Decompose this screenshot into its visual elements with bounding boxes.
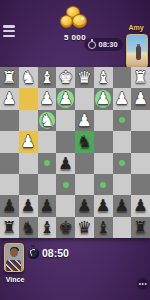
square-r2c3[interactable]: ♟	[38, 88, 57, 109]
piece-bK: ♚	[56, 217, 75, 238]
square-r2c6[interactable]: ♟	[94, 88, 113, 109]
piece-bN: ♞	[75, 131, 94, 152]
square-r1c6[interactable]: ♝	[94, 67, 113, 88]
square-r1c5[interactable]: ♛	[75, 67, 94, 88]
opponent-timer-value: 08:30	[99, 40, 118, 49]
square-r4c6[interactable]	[94, 131, 113, 152]
square-r1c2[interactable]: ♞	[19, 67, 38, 88]
square-r4c4[interactable]	[56, 131, 75, 152]
square-r6c1[interactable]	[0, 174, 19, 195]
piece-wR: ♜	[131, 67, 150, 88]
square-r7c4[interactable]	[56, 195, 75, 216]
square-r8c8[interactable]: ♜	[131, 217, 150, 238]
square-r3c4[interactable]	[56, 110, 75, 131]
square-r7c6[interactable]: ♟	[94, 195, 113, 216]
piece-bP: ♟	[113, 195, 132, 216]
piece-wP: ♟	[38, 88, 57, 109]
piece-bN: ♞	[19, 217, 38, 238]
square-r5c7[interactable]	[113, 153, 132, 174]
piece-wP: ♟	[75, 110, 94, 131]
square-r7c2[interactable]: ♟	[19, 195, 38, 216]
coin-balance-icon[interactable]	[60, 6, 90, 33]
chess-app-screen: 5 000 08:30 Amy ♜♞♝♚♛♝♜♟♟♟♟♟♟♞♟♟♞♟♟♟♟♟♟♟…	[0, 0, 150, 300]
stopwatch-icon	[88, 41, 96, 49]
square-r1c1[interactable]: ♜	[0, 67, 19, 88]
square-r1c4[interactable]: ♚	[56, 67, 75, 88]
square-r6c5[interactable]	[75, 174, 94, 195]
piece-bP: ♟	[56, 153, 75, 174]
avatar-plaid-shirt	[6, 260, 21, 271]
piece-wQ: ♛	[75, 67, 94, 88]
square-r4c1[interactable]	[0, 131, 19, 152]
opponent-avatar[interactable]	[126, 34, 148, 68]
square-r6c3[interactable]	[38, 174, 57, 195]
piece-wP: ♟	[19, 131, 38, 152]
piece-wB: ♝	[94, 67, 113, 88]
square-r2c5[interactable]	[75, 88, 94, 109]
square-r8c2[interactable]: ♞	[19, 217, 38, 238]
square-r5c4[interactable]: ♟	[56, 153, 75, 174]
piece-wN: ♞	[19, 67, 38, 88]
square-r3c3[interactable]: ♞	[38, 110, 57, 131]
square-r5c2[interactable]	[19, 153, 38, 174]
square-r8c1[interactable]: ♜	[0, 217, 19, 238]
square-r3c2[interactable]	[19, 110, 38, 131]
square-r5c8[interactable]	[131, 153, 150, 174]
piece-bR: ♜	[131, 217, 150, 238]
square-r3c6[interactable]	[94, 110, 113, 131]
square-r8c3[interactable]: ♝	[38, 217, 57, 238]
opponent-timer: 08:30	[84, 38, 123, 51]
piece-bR: ♜	[0, 217, 19, 238]
piece-bQ: ♛	[75, 217, 94, 238]
player-avatar[interactable]	[4, 243, 24, 272]
square-r2c7[interactable]: ♟	[113, 88, 132, 109]
square-r6c4[interactable]	[56, 174, 75, 195]
square-r8c4[interactable]: ♚	[56, 217, 75, 238]
square-r5c5[interactable]	[75, 153, 94, 174]
square-r5c1[interactable]	[0, 153, 19, 174]
square-r6c6[interactable]	[94, 174, 113, 195]
square-r7c8[interactable]: ♟	[131, 195, 150, 216]
square-r4c7[interactable]	[113, 131, 132, 152]
square-r6c2[interactable]	[19, 174, 38, 195]
square-r6c8[interactable]	[131, 174, 150, 195]
piece-bP: ♟	[94, 195, 113, 216]
square-r2c1[interactable]: ♟	[0, 88, 19, 109]
square-r1c7[interactable]	[113, 67, 132, 88]
square-r4c2[interactable]: ♟	[19, 131, 38, 152]
opponent-name: Amy	[125, 24, 147, 31]
square-r8c6[interactable]: ♝	[94, 217, 113, 238]
square-r3c1[interactable]	[0, 110, 19, 131]
stopwatch-icon	[28, 248, 39, 259]
piece-wN: ♞	[38, 110, 57, 131]
square-r7c5[interactable]: ♟	[75, 195, 94, 216]
square-r2c2[interactable]	[19, 88, 38, 109]
square-r2c4[interactable]: ♟	[56, 88, 75, 109]
avatar-face	[10, 248, 18, 257]
piece-wP: ♟	[56, 88, 75, 109]
square-r4c5[interactable]: ♞	[75, 131, 94, 152]
player-name: Vince	[3, 276, 27, 283]
piece-wP: ♟	[113, 88, 132, 109]
square-r5c6[interactable]	[94, 153, 113, 174]
square-r6c7[interactable]	[113, 174, 132, 195]
piece-bB: ♝	[38, 217, 57, 238]
piece-bP: ♟	[38, 195, 57, 216]
chess-board: ♜♞♝♚♛♝♜♟♟♟♟♟♟♞♟♟♞♟♟♟♟♟♟♟♟♜♞♝♚♛♝♜	[0, 67, 150, 238]
piece-wP: ♟	[131, 88, 150, 109]
piece-bP: ♟	[0, 195, 19, 216]
piece-bP: ♟	[131, 195, 150, 216]
square-r8c5[interactable]: ♛	[75, 217, 94, 238]
piece-wP: ♟	[0, 88, 19, 109]
square-r1c3[interactable]: ♝	[38, 67, 57, 88]
piece-wR: ♜	[0, 67, 19, 88]
square-r3c8[interactable]	[131, 110, 150, 131]
square-r4c8[interactable]	[131, 131, 150, 152]
square-r7c1[interactable]: ♟	[0, 195, 19, 216]
piece-bP: ♟	[75, 195, 94, 216]
piece-wB: ♝	[38, 67, 57, 88]
square-r2c8[interactable]: ♟	[131, 88, 150, 109]
piece-bB: ♝	[94, 217, 113, 238]
square-r1c8[interactable]: ♜	[131, 67, 150, 88]
player-timer-value: 08:50	[42, 247, 69, 259]
square-r7c7[interactable]: ♟	[113, 195, 132, 216]
square-r3c7[interactable]	[113, 110, 132, 131]
chat-ellipsis-button[interactable]: •••	[136, 277, 150, 291]
square-r8c7[interactable]	[113, 217, 132, 238]
piece-bP: ♟	[19, 195, 38, 216]
piece-wP: ♟	[94, 88, 113, 109]
piece-wK: ♚	[56, 67, 75, 88]
square-r4c3[interactable]	[38, 131, 57, 152]
square-r7c3[interactable]: ♟	[38, 195, 57, 216]
square-r3c5[interactable]: ♟	[75, 110, 94, 131]
menu-hamburger-icon[interactable]	[3, 25, 15, 39]
gold-coin-icon	[72, 14, 87, 28]
player-timer: 08:50	[28, 247, 69, 259]
square-r5c3[interactable]	[38, 153, 57, 174]
